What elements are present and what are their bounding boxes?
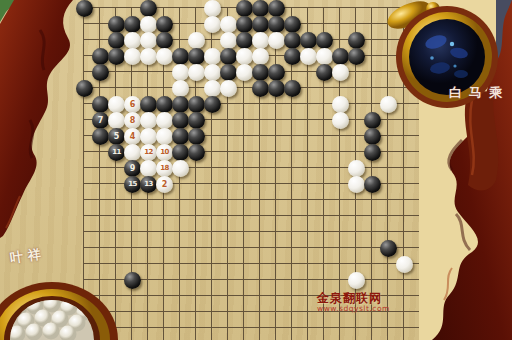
stone-black[interactable] — [172, 128, 189, 145]
stone-white[interactable]: 8 — [124, 112, 141, 129]
stone-black[interactable] — [364, 128, 381, 145]
stone-black[interactable] — [108, 48, 125, 65]
stone-black[interactable] — [140, 96, 157, 113]
stone-white[interactable]: 18 — [156, 160, 173, 177]
stone-black[interactable] — [220, 48, 237, 65]
stone-black[interactable] — [380, 240, 397, 257]
stone-white[interactable] — [204, 0, 221, 17]
stone-white[interactable] — [140, 32, 157, 49]
move-number: 15 — [124, 176, 141, 193]
stone-white[interactable] — [140, 112, 157, 129]
stone-white[interactable] — [140, 160, 157, 177]
stone-white[interactable] — [204, 80, 221, 97]
stone-white[interactable] — [172, 80, 189, 97]
stone-white[interactable] — [108, 96, 125, 113]
stone-black[interactable]: 15 — [124, 176, 141, 193]
stone-white[interactable] — [236, 48, 253, 65]
stone-white[interactable]: 4 — [124, 128, 141, 145]
stone-white[interactable] — [156, 128, 173, 145]
stone-black[interactable] — [252, 80, 269, 97]
stone-black[interactable]: 13 — [140, 176, 157, 193]
stone-black[interactable] — [76, 80, 93, 97]
stone-white[interactable] — [140, 48, 157, 65]
stone-white[interactable] — [156, 48, 173, 65]
stone-white[interactable] — [300, 48, 317, 65]
stone-black[interactable] — [300, 32, 317, 49]
stone-black[interactable] — [204, 96, 221, 113]
stone-black[interactable] — [108, 16, 125, 33]
move-number: 7 — [92, 112, 109, 129]
stone-white[interactable] — [348, 176, 365, 193]
stone-white[interactable]: 10 — [156, 144, 173, 161]
stone-black[interactable] — [348, 32, 365, 49]
stone-black[interactable] — [156, 16, 173, 33]
stone-black[interactable] — [172, 112, 189, 129]
stone-black[interactable] — [284, 48, 301, 65]
stone-black[interactable] — [76, 0, 93, 17]
move-number: 2 — [156, 176, 173, 193]
stone-white[interactable] — [204, 64, 221, 81]
stone-white[interactable] — [252, 32, 269, 49]
stone-white[interactable] — [380, 96, 397, 113]
caption-right-text: 白马乘 — [449, 84, 512, 102]
stone-black[interactable] — [172, 96, 189, 113]
stone-black[interactable] — [92, 64, 109, 81]
stone-black[interactable] — [140, 0, 157, 17]
stone-white[interactable] — [124, 48, 141, 65]
stone-white[interactable]: 6 — [124, 96, 141, 113]
stone-black[interactable] — [364, 176, 381, 193]
stone-white[interactable] — [124, 32, 141, 49]
stone-white[interactable] — [188, 64, 205, 81]
stone-black[interactable] — [284, 80, 301, 97]
stone-white[interactable] — [124, 144, 141, 161]
stone-black[interactable] — [316, 32, 333, 49]
stone-white[interactable] — [220, 80, 237, 97]
stone-white[interactable] — [204, 16, 221, 33]
stone-white[interactable] — [220, 32, 237, 49]
move-number: 9 — [124, 160, 141, 177]
stone-black[interactable] — [268, 64, 285, 81]
stone-black[interactable] — [364, 112, 381, 129]
stones-layer: 6785411121091815132 — [0, 0, 512, 340]
stone-black[interactable] — [284, 32, 301, 49]
stone-white[interactable] — [332, 96, 349, 113]
move-number: 5 — [108, 128, 125, 145]
stone-white[interactable] — [220, 16, 237, 33]
stone-black[interactable] — [172, 144, 189, 161]
stone-black[interactable] — [92, 128, 109, 145]
stone-white[interactable]: 2 — [156, 176, 173, 193]
stone-black[interactable] — [252, 64, 269, 81]
stone-black[interactable] — [268, 16, 285, 33]
site-watermark: 金泉翻联网 www.sdqyslt.com — [317, 292, 390, 313]
move-number: 11 — [108, 144, 125, 161]
stone-white[interactable] — [188, 32, 205, 49]
stone-black[interactable]: 11 — [108, 144, 125, 161]
stone-black[interactable] — [332, 48, 349, 65]
watermark-site-url: www.sdqyslt.com — [317, 305, 390, 313]
stone-white[interactable] — [156, 112, 173, 129]
stone-black[interactable] — [124, 16, 141, 33]
stone-black[interactable]: 7 — [92, 112, 109, 129]
move-number: 18 — [156, 160, 173, 177]
move-number: 10 — [156, 144, 173, 161]
stone-black[interactable] — [364, 144, 381, 161]
stone-white[interactable] — [268, 32, 285, 49]
stone-white[interactable] — [396, 256, 413, 273]
stone-white[interactable] — [332, 112, 349, 129]
move-number: 12 — [140, 144, 157, 161]
stone-black[interactable] — [236, 32, 253, 49]
stone-black[interactable] — [220, 64, 237, 81]
stone-black[interactable] — [236, 16, 253, 33]
stone-white[interactable] — [204, 48, 221, 65]
stone-black[interactable] — [268, 0, 285, 17]
stone-black[interactable] — [188, 128, 205, 145]
stone-black[interactable] — [252, 16, 269, 33]
stone-black[interactable] — [316, 64, 333, 81]
stone-black[interactable] — [236, 0, 253, 17]
stone-white[interactable] — [140, 128, 157, 145]
stone-white[interactable] — [348, 160, 365, 177]
stone-black[interactable] — [92, 48, 109, 65]
stone-white[interactable] — [108, 112, 125, 129]
stone-black[interactable] — [188, 144, 205, 161]
stone-black[interactable] — [188, 48, 205, 65]
stone-black[interactable] — [252, 0, 269, 17]
stone-white[interactable] — [316, 48, 333, 65]
stone-black[interactable] — [124, 272, 141, 289]
stone-black[interactable] — [284, 16, 301, 33]
stone-black[interactable]: 9 — [124, 160, 141, 177]
stone-white[interactable] — [172, 64, 189, 81]
stone-black[interactable] — [268, 80, 285, 97]
stone-black[interactable] — [156, 32, 173, 49]
move-number: 4 — [124, 128, 141, 145]
stone-black[interactable] — [156, 96, 173, 113]
stone-white[interactable] — [348, 272, 365, 289]
stone-black[interactable] — [188, 112, 205, 129]
move-number: 6 — [124, 96, 141, 113]
stone-white[interactable]: 12 — [140, 144, 157, 161]
stone-white[interactable] — [236, 64, 253, 81]
go-game-screen: 6785411121091815132 — [0, 0, 512, 340]
stone-black[interactable] — [188, 96, 205, 113]
stone-black[interactable] — [172, 48, 189, 65]
stone-white[interactable] — [252, 48, 269, 65]
stone-white[interactable] — [140, 16, 157, 33]
stone-black[interactable]: 5 — [108, 128, 125, 145]
stone-black[interactable] — [92, 96, 109, 113]
stone-black[interactable] — [348, 48, 365, 65]
move-number: 13 — [140, 176, 157, 193]
move-number: 8 — [124, 112, 141, 129]
stone-white[interactable] — [332, 64, 349, 81]
stone-black[interactable] — [108, 32, 125, 49]
stone-white[interactable] — [172, 160, 189, 177]
